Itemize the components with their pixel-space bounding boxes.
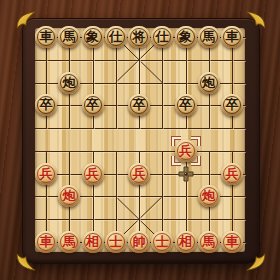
piece-glyph: 卒 xyxy=(175,94,197,116)
piece-glyph: 卒 xyxy=(35,94,57,116)
piece-red-chariot[interactable]: 車 xyxy=(35,231,57,253)
grid-line xyxy=(162,37,163,128)
piece-black-elephant[interactable]: 象 xyxy=(175,26,197,48)
piece-black-elephant[interactable]: 象 xyxy=(82,26,104,48)
grid-line xyxy=(186,151,187,242)
piece-glyph: 兵 xyxy=(128,163,150,185)
piece-black-cannon[interactable]: 炮 xyxy=(198,72,220,94)
piece-red-chariot[interactable]: 車 xyxy=(221,231,243,253)
piece-glyph: 炮 xyxy=(198,72,220,94)
grid-line xyxy=(35,60,245,61)
piece-glyph: 象 xyxy=(82,26,104,48)
piece-red-advisor[interactable]: 士 xyxy=(105,231,127,253)
piece-glyph: 仕 xyxy=(105,26,127,48)
piece-glyph: 卒 xyxy=(128,94,150,116)
piece-black-advisor[interactable]: 仕 xyxy=(105,26,127,48)
piece-glyph: 仕 xyxy=(151,26,173,48)
piece-red-soldier[interactable]: 兵 xyxy=(221,163,243,185)
grid-line xyxy=(116,37,117,128)
piece-red-horse[interactable]: 馬 xyxy=(58,231,80,253)
piece-glyph: 将 xyxy=(128,26,150,48)
piece-glyph: 兵 xyxy=(221,163,243,185)
grid-line xyxy=(35,128,245,129)
piece-glyph: 帥 xyxy=(128,231,150,253)
piece-black-cannon[interactable]: 炮 xyxy=(58,72,80,94)
piece-black-soldier[interactable]: 卒 xyxy=(221,94,243,116)
piece-glyph: 車 xyxy=(35,231,57,253)
piece-red-elephant[interactable]: 相 xyxy=(175,231,197,253)
piece-glyph: 士 xyxy=(105,231,127,253)
piece-glyph: 卒 xyxy=(221,94,243,116)
gold-ornament-icon xyxy=(242,9,269,31)
piece-red-cannon[interactable]: 炮 xyxy=(198,185,220,207)
piece-black-soldier[interactable]: 卒 xyxy=(82,94,104,116)
piece-red-elephant[interactable]: 相 xyxy=(82,231,104,253)
piece-glyph: 兵 xyxy=(35,163,57,185)
piece-black-chariot[interactable]: 車 xyxy=(35,26,57,48)
piece-glyph: 兵 xyxy=(175,140,197,162)
piece-glyph: 車 xyxy=(221,231,243,253)
xiangqi-board[interactable]: 車馬象仕将仕象馬車炮炮卒卒卒卒卒兵兵兵兵兵炮炮車馬相士帥士相馬車 xyxy=(35,28,245,252)
piece-glyph: 相 xyxy=(82,231,104,253)
piece-black-soldier[interactable]: 卒 xyxy=(175,94,197,116)
grid-line xyxy=(35,219,245,220)
piece-black-horse[interactable]: 馬 xyxy=(198,26,220,48)
piece-glyph: 馬 xyxy=(58,231,80,253)
piece-red-general[interactable]: 帥 xyxy=(128,231,150,253)
piece-glyph: 車 xyxy=(35,26,57,48)
piece-glyph: 卒 xyxy=(82,94,104,116)
gold-ornament-icon xyxy=(12,252,39,274)
piece-glyph: 炮 xyxy=(58,72,80,94)
piece-glyph: 馬 xyxy=(198,231,220,253)
piece-red-advisor[interactable]: 士 xyxy=(151,231,173,253)
piece-glyph: 士 xyxy=(151,231,173,253)
grid-line xyxy=(116,151,117,242)
piece-black-soldier[interactable]: 卒 xyxy=(35,94,57,116)
piece-glyph: 炮 xyxy=(198,185,220,207)
grid-line xyxy=(162,151,163,242)
piece-glyph: 車 xyxy=(221,26,243,48)
piece-red-soldier[interactable]: 兵 xyxy=(82,163,104,185)
piece-red-horse[interactable]: 馬 xyxy=(198,231,220,253)
piece-glyph: 馬 xyxy=(58,26,80,48)
piece-glyph: 炮 xyxy=(58,185,80,207)
piece-red-soldier[interactable]: 兵 xyxy=(128,163,150,185)
piece-glyph: 兵 xyxy=(82,163,104,185)
grid-line xyxy=(35,151,245,152)
piece-black-advisor[interactable]: 仕 xyxy=(151,26,173,48)
app-background: 車馬象仕将仕象馬車炮炮卒卒卒卒卒兵兵兵兵兵炮炮車馬相士帥士相馬車 xyxy=(0,0,280,280)
piece-red-soldier[interactable]: 兵 xyxy=(35,163,57,185)
piece-black-horse[interactable]: 馬 xyxy=(58,26,80,48)
piece-glyph: 象 xyxy=(175,26,197,48)
piece-glyph: 相 xyxy=(175,231,197,253)
piece-black-general[interactable]: 将 xyxy=(128,26,150,48)
piece-black-soldier[interactable]: 卒 xyxy=(128,94,150,116)
piece-red-soldier[interactable]: 兵 xyxy=(175,140,197,162)
piece-glyph: 馬 xyxy=(198,26,220,48)
piece-red-cannon[interactable]: 炮 xyxy=(58,185,80,207)
piece-black-chariot[interactable]: 車 xyxy=(221,26,243,48)
gold-ornament-icon xyxy=(242,252,269,274)
